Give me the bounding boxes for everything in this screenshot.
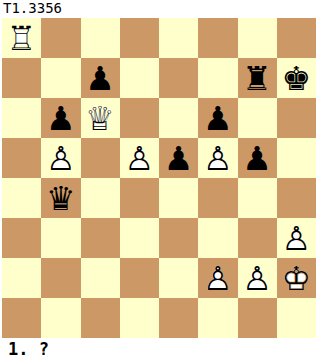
black-pawn-glyph: ♟	[159, 138, 198, 178]
white-pawn: ♟♙	[198, 258, 237, 298]
square-a8[interactable]: ♜♖	[2, 18, 41, 58]
square-f1[interactable]	[198, 298, 237, 338]
square-e6[interactable]	[159, 98, 198, 138]
square-c7[interactable]: ♟	[81, 58, 120, 98]
white-pawn: ♟♙	[198, 138, 237, 178]
black-queen: ♛	[41, 178, 80, 218]
square-g8[interactable]	[238, 18, 277, 58]
black-pawn: ♟	[159, 138, 198, 178]
square-e4[interactable]	[159, 178, 198, 218]
square-a7[interactable]	[2, 58, 41, 98]
square-e1[interactable]	[159, 298, 198, 338]
square-h3[interactable]: ♟♙	[277, 218, 316, 258]
square-e3[interactable]	[159, 218, 198, 258]
square-e2[interactable]	[159, 258, 198, 298]
square-f4[interactable]	[198, 178, 237, 218]
square-f8[interactable]	[198, 18, 237, 58]
square-a4[interactable]	[2, 178, 41, 218]
white-queen-glyph: ♕	[81, 98, 120, 138]
black-rook-glyph: ♜	[238, 58, 277, 98]
square-d2[interactable]	[120, 258, 159, 298]
square-f7[interactable]	[198, 58, 237, 98]
square-f2[interactable]: ♟♙	[198, 258, 237, 298]
square-g2[interactable]: ♟♙	[238, 258, 277, 298]
square-a2[interactable]	[2, 258, 41, 298]
square-h6[interactable]	[277, 98, 316, 138]
square-d6[interactable]	[120, 98, 159, 138]
square-g6[interactable]	[238, 98, 277, 138]
white-king-glyph: ♔	[277, 258, 316, 298]
black-king-glyph: ♚	[277, 58, 316, 98]
square-h7[interactable]: ♚	[277, 58, 316, 98]
black-pawn-glyph: ♟	[41, 98, 80, 138]
square-e8[interactable]	[159, 18, 198, 58]
square-c1[interactable]	[81, 298, 120, 338]
puzzle-id-label: T1.3356	[3, 0, 62, 17]
white-rook: ♜♖	[2, 18, 41, 58]
white-pawn-glyph: ♙	[277, 218, 316, 258]
square-g5[interactable]: ♟	[238, 138, 277, 178]
square-a6[interactable]	[2, 98, 41, 138]
black-pawn: ♟	[81, 58, 120, 98]
white-king: ♚♔	[277, 258, 316, 298]
black-pawn-glyph: ♟	[81, 58, 120, 98]
square-b7[interactable]	[41, 58, 80, 98]
square-d1[interactable]	[120, 298, 159, 338]
square-g7[interactable]: ♜	[238, 58, 277, 98]
white-pawn-glyph: ♙	[198, 138, 237, 178]
white-pawn-glyph: ♙	[238, 258, 277, 298]
square-d3[interactable]	[120, 218, 159, 258]
square-c5[interactable]	[81, 138, 120, 178]
square-h1[interactable]	[277, 298, 316, 338]
square-d8[interactable]	[120, 18, 159, 58]
square-c4[interactable]	[81, 178, 120, 218]
square-f3[interactable]	[198, 218, 237, 258]
black-pawn: ♟	[41, 98, 80, 138]
white-pawn: ♟♙	[238, 258, 277, 298]
black-pawn-glyph: ♟	[238, 138, 277, 178]
white-pawn-glyph: ♙	[120, 138, 159, 178]
white-pawn-glyph: ♙	[198, 258, 237, 298]
square-b6[interactable]: ♟	[41, 98, 80, 138]
white-pawn: ♟♙	[277, 218, 316, 258]
square-h5[interactable]	[277, 138, 316, 178]
white-pawn: ♟♙	[120, 138, 159, 178]
square-h4[interactable]	[277, 178, 316, 218]
move-prompt-label: 1. ?	[8, 339, 49, 359]
square-f5[interactable]: ♟♙	[198, 138, 237, 178]
black-pawn-glyph: ♟	[198, 98, 237, 138]
square-b5[interactable]: ♟♙	[41, 138, 80, 178]
square-c3[interactable]	[81, 218, 120, 258]
chess-board: ♜♖♟♜♚♟♛♕♟♟♙♟♙♟♟♙♟♛♟♙♟♙♟♙♚♔	[2, 18, 316, 338]
square-b4[interactable]: ♛	[41, 178, 80, 218]
square-b2[interactable]	[41, 258, 80, 298]
square-c8[interactable]	[81, 18, 120, 58]
square-d4[interactable]	[120, 178, 159, 218]
chess-puzzle-diagram: T1.3356 ♜♖♟♜♚♟♛♕♟♟♙♟♙♟♟♙♟♛♟♙♟♙♟♙♚♔ 1. ?	[0, 0, 320, 360]
square-b8[interactable]	[41, 18, 80, 58]
square-b1[interactable]	[41, 298, 80, 338]
square-d7[interactable]	[120, 58, 159, 98]
square-g3[interactable]	[238, 218, 277, 258]
white-rook-glyph: ♖	[2, 18, 41, 58]
square-f6[interactable]: ♟	[198, 98, 237, 138]
black-rook: ♜	[238, 58, 277, 98]
square-c2[interactable]	[81, 258, 120, 298]
square-g4[interactable]	[238, 178, 277, 218]
square-c6[interactable]: ♛♕	[81, 98, 120, 138]
square-a5[interactable]	[2, 138, 41, 178]
square-b3[interactable]	[41, 218, 80, 258]
black-pawn: ♟	[238, 138, 277, 178]
square-e7[interactable]	[159, 58, 198, 98]
black-queen-glyph: ♛	[41, 178, 80, 218]
square-g1[interactable]	[238, 298, 277, 338]
square-a1[interactable]	[2, 298, 41, 338]
square-h2[interactable]: ♚♔	[277, 258, 316, 298]
square-h8[interactable]	[277, 18, 316, 58]
black-king: ♚	[277, 58, 316, 98]
black-pawn: ♟	[198, 98, 237, 138]
square-d5[interactable]: ♟♙	[120, 138, 159, 178]
white-queen: ♛♕	[81, 98, 120, 138]
square-e5[interactable]: ♟	[159, 138, 198, 178]
white-pawn: ♟♙	[41, 138, 80, 178]
white-pawn-glyph: ♙	[41, 138, 80, 178]
square-a3[interactable]	[2, 218, 41, 258]
